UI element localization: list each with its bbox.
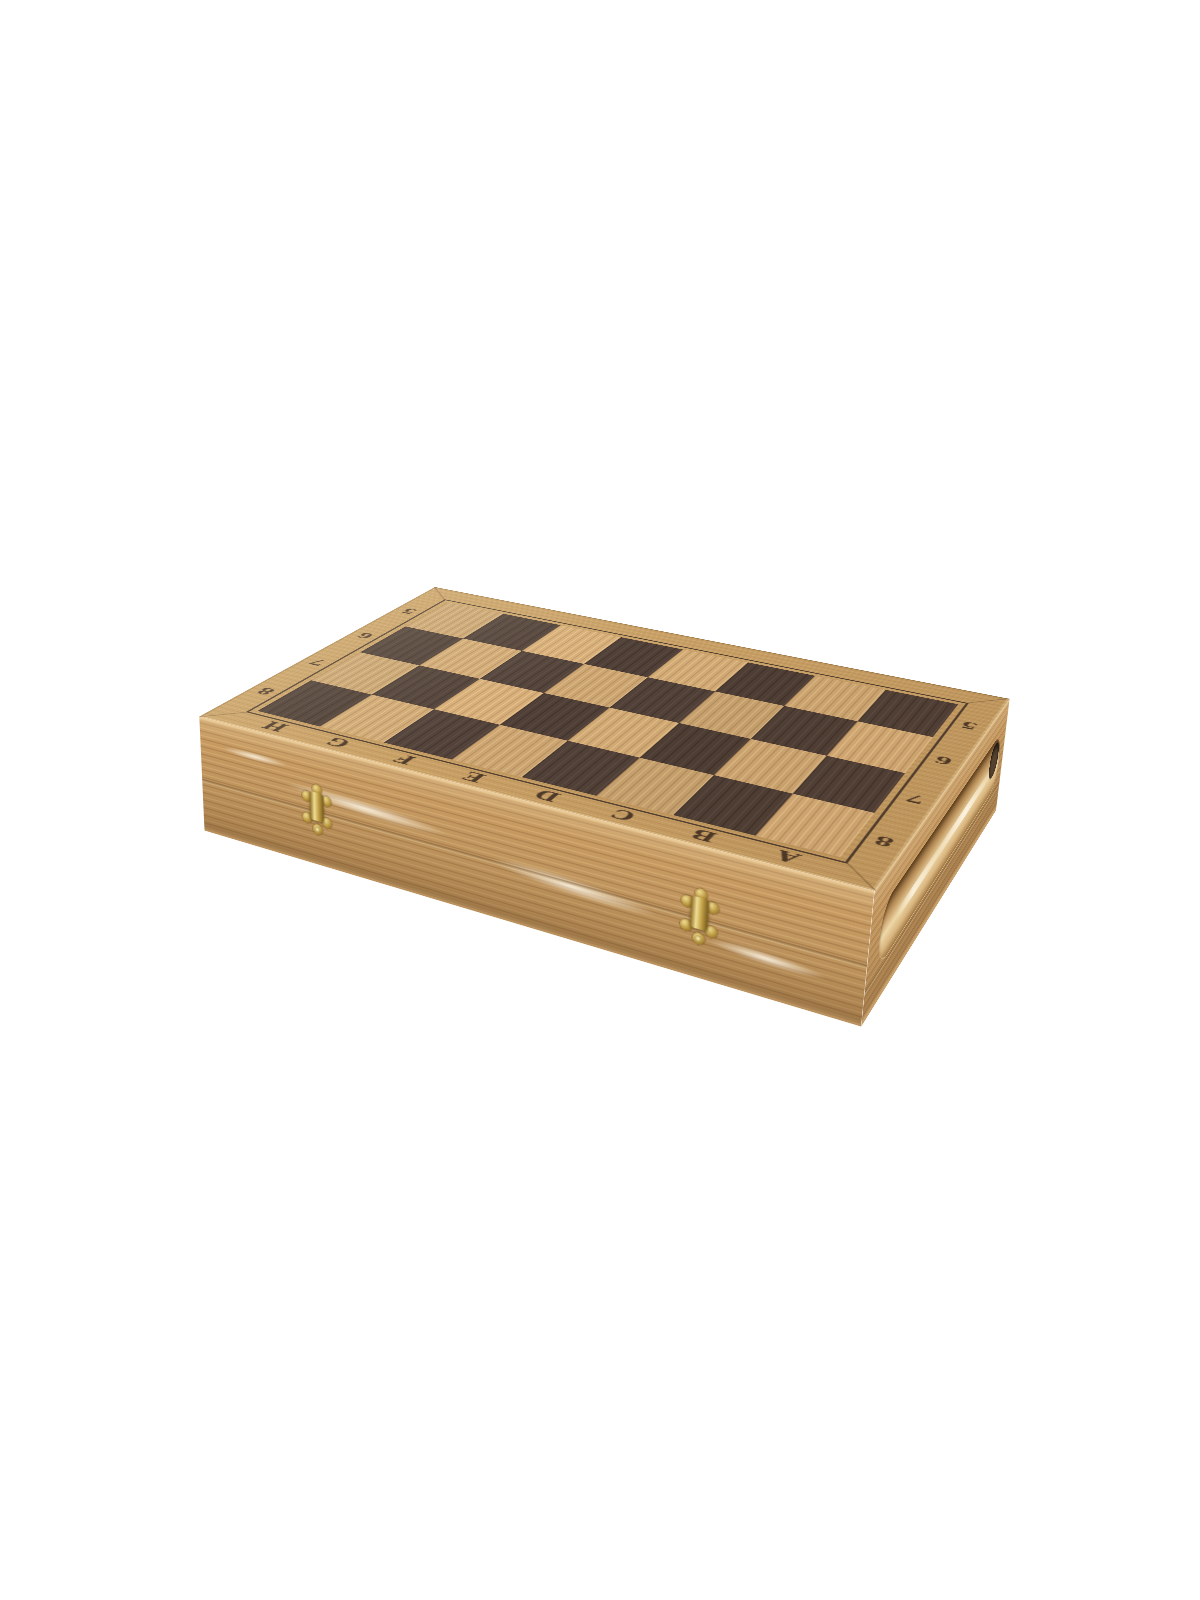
miter-line	[199, 712, 248, 717]
square-g8	[319, 694, 434, 742]
rank-label-8: 8	[244, 683, 289, 699]
square-f7	[434, 679, 543, 725]
square-e6	[543, 664, 647, 708]
square-a6	[826, 721, 933, 773]
coordinate-labels: 55667788HGFEDCBA	[435, 587, 1010, 699]
square-f6	[480, 651, 584, 693]
square-c7	[639, 723, 751, 775]
rank-label-6: 6	[345, 629, 386, 643]
square-e8	[451, 725, 568, 777]
square-h8	[258, 680, 372, 726]
square-f5	[522, 625, 621, 664]
square-b7	[714, 739, 826, 794]
square-c5	[715, 662, 815, 706]
square-d8	[522, 741, 639, 796]
square-e5	[584, 637, 683, 677]
clasp-hasp	[310, 791, 324, 823]
square-h5	[406, 603, 503, 639]
square-b8	[673, 775, 792, 835]
miter-line	[434, 587, 445, 600]
miter-line	[966, 698, 1009, 703]
brass-clasp-1	[301, 780, 333, 842]
varnish-gloss-streak	[458, 838, 693, 938]
rank-label-7: 7	[297, 655, 340, 670]
square-f8	[384, 709, 500, 759]
square-h7	[311, 652, 419, 694]
square-h6	[360, 626, 462, 665]
varnish-gloss-streak	[210, 739, 301, 774]
square-g6	[419, 638, 522, 678]
clasp-hasp	[690, 895, 709, 931]
square-g5	[463, 614, 561, 651]
product-photo-scene: 55667788HGFEDCBA	[0, 0, 1200, 1600]
square-e7	[499, 693, 609, 741]
square-a5	[857, 690, 958, 737]
square-c6	[679, 691, 785, 739]
frame-miter-joints	[435, 587, 1010, 699]
brass-clasp-2	[678, 883, 722, 953]
square-a7	[792, 756, 905, 813]
square-a8	[755, 794, 875, 857]
square-c8	[596, 758, 714, 816]
square-d7	[568, 708, 679, 758]
square-b6	[751, 706, 857, 756]
perspective-wrapper: 55667788HGFEDCBA	[0, 0, 1200, 1600]
rank-label-5: 5	[390, 605, 430, 618]
square-b5	[784, 676, 885, 721]
square-d6	[610, 677, 715, 723]
square-g7	[371, 665, 480, 709]
square-d5	[648, 649, 748, 691]
